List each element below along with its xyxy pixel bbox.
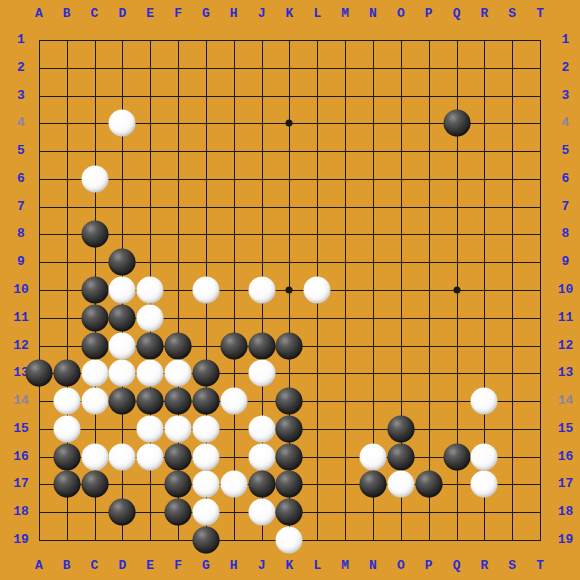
white-stone-J16: [248, 443, 275, 470]
black-stone-J17: [248, 471, 275, 498]
column-label-bottom: K: [274, 559, 304, 573]
column-label-bottom: E: [135, 559, 165, 573]
black-stone-A13: [25, 360, 52, 387]
black-stone-C10: [81, 277, 108, 304]
column-label-top: P: [414, 7, 444, 21]
column-label-bottom: D: [107, 559, 137, 573]
row-label-right: 4: [551, 116, 580, 130]
row-label-right: 14: [551, 394, 580, 408]
black-stone-K14: [276, 388, 303, 415]
column-label-top: C: [80, 7, 110, 21]
black-stone-N17: [360, 471, 387, 498]
column-label-bottom: T: [525, 559, 555, 573]
row-label-left: 5: [6, 144, 36, 158]
black-stone-D11: [109, 304, 136, 331]
row-label-right: 19: [551, 533, 580, 547]
black-stone-C17: [81, 471, 108, 498]
white-stone-E13: [137, 360, 164, 387]
column-label-top: D: [107, 7, 137, 21]
row-label-left: 18: [6, 505, 36, 519]
row-label-right: 11: [551, 311, 580, 325]
row-label-left: 1: [6, 33, 36, 47]
column-label-top: L: [302, 7, 332, 21]
row-label-right: 13: [551, 366, 580, 380]
white-stone-C6: [81, 165, 108, 192]
black-stone-B13: [53, 360, 80, 387]
white-stone-C14: [81, 388, 108, 415]
column-label-bottom: O: [386, 559, 416, 573]
white-stone-B15: [53, 415, 80, 442]
white-stone-J13: [248, 360, 275, 387]
column-label-bottom: G: [191, 559, 221, 573]
black-stone-C8: [81, 221, 108, 248]
row-label-right: 1: [551, 33, 580, 47]
row-label-left: 6: [6, 172, 36, 186]
black-stone-F17: [165, 471, 192, 498]
column-label-top: S: [497, 7, 527, 21]
column-label-bottom: C: [80, 559, 110, 573]
column-label-top: J: [247, 7, 277, 21]
row-label-left: 4: [6, 116, 36, 130]
row-label-left: 11: [6, 311, 36, 325]
black-stone-E12: [137, 332, 164, 359]
row-label-left: 12: [6, 339, 36, 353]
white-stone-J15: [248, 415, 275, 442]
black-stone-F14: [165, 388, 192, 415]
column-label-top: Q: [442, 7, 472, 21]
white-stone-F13: [165, 360, 192, 387]
black-stone-O16: [387, 443, 414, 470]
goban[interactable]: AABBCCDDEEFFGGHHJJKKLLMMNNOOPPQQRRSSTT11…: [0, 0, 580, 580]
row-label-right: 8: [551, 227, 580, 241]
column-label-bottom: M: [330, 559, 360, 573]
black-stone-D18: [109, 499, 136, 526]
black-stone-C11: [81, 304, 108, 331]
black-stone-F16: [165, 443, 192, 470]
row-label-left: 19: [6, 533, 36, 547]
column-label-bottom: P: [414, 559, 444, 573]
white-stone-R16: [471, 443, 498, 470]
white-stone-E15: [137, 415, 164, 442]
column-label-bottom: N: [358, 559, 388, 573]
row-label-right: 7: [551, 200, 580, 214]
row-label-left: 14: [6, 394, 36, 408]
black-stone-F18: [165, 499, 192, 526]
black-stone-B16: [53, 443, 80, 470]
column-label-bottom: J: [247, 559, 277, 573]
row-label-left: 16: [6, 450, 36, 464]
black-stone-O15: [387, 415, 414, 442]
row-label-right: 15: [551, 422, 580, 436]
column-label-top: K: [274, 7, 304, 21]
row-label-right: 6: [551, 172, 580, 186]
black-stone-C12: [81, 332, 108, 359]
row-label-left: 17: [6, 477, 36, 491]
black-stone-K18: [276, 499, 303, 526]
column-label-top: T: [525, 7, 555, 21]
white-stone-C16: [81, 443, 108, 470]
white-stone-D13: [109, 360, 136, 387]
white-stone-G18: [192, 499, 219, 526]
white-stone-D10: [109, 277, 136, 304]
column-label-top: E: [135, 7, 165, 21]
column-label-top: N: [358, 7, 388, 21]
star-point: [453, 287, 460, 294]
black-stone-G13: [192, 360, 219, 387]
black-stone-K16: [276, 443, 303, 470]
column-label-bottom: H: [219, 559, 249, 573]
column-label-bottom: A: [24, 559, 54, 573]
black-stone-D9: [109, 249, 136, 276]
white-stone-J10: [248, 277, 275, 304]
black-stone-K15: [276, 415, 303, 442]
white-stone-E11: [137, 304, 164, 331]
black-stone-P17: [415, 471, 442, 498]
grid-line-vertical: [429, 40, 430, 541]
column-label-bottom: B: [52, 559, 82, 573]
row-label-right: 3: [551, 89, 580, 103]
black-stone-D14: [109, 388, 136, 415]
row-label-left: 8: [6, 227, 36, 241]
white-stone-D16: [109, 443, 136, 470]
white-stone-J18: [248, 499, 275, 526]
black-stone-E14: [137, 388, 164, 415]
white-stone-F15: [165, 415, 192, 442]
star-point: [286, 120, 293, 127]
row-label-left: 15: [6, 422, 36, 436]
row-label-left: 3: [6, 89, 36, 103]
black-stone-G14: [192, 388, 219, 415]
column-label-top: F: [163, 7, 193, 21]
grid-line-vertical: [345, 40, 346, 541]
row-label-left: 7: [6, 200, 36, 214]
column-label-top: M: [330, 7, 360, 21]
white-stone-K19: [276, 527, 303, 554]
black-stone-Q4: [443, 110, 470, 137]
row-label-left: 10: [6, 283, 36, 297]
white-stone-H17: [220, 471, 247, 498]
black-stone-H12: [220, 332, 247, 359]
row-label-right: 17: [551, 477, 580, 491]
column-label-top: O: [386, 7, 416, 21]
white-stone-R14: [471, 388, 498, 415]
column-label-bottom: F: [163, 559, 193, 573]
column-label-top: G: [191, 7, 221, 21]
white-stone-E16: [137, 443, 164, 470]
white-stone-N16: [360, 443, 387, 470]
white-stone-G15: [192, 415, 219, 442]
column-label-bottom: R: [469, 559, 499, 573]
column-label-top: B: [52, 7, 82, 21]
grid-line-vertical: [540, 40, 541, 541]
black-stone-K12: [276, 332, 303, 359]
white-stone-B14: [53, 388, 80, 415]
white-stone-C13: [81, 360, 108, 387]
white-stone-G10: [192, 277, 219, 304]
column-label-top: R: [469, 7, 499, 21]
black-stone-G19: [192, 527, 219, 554]
row-label-left: 2: [6, 61, 36, 75]
row-label-right: 9: [551, 255, 580, 269]
white-stone-G17: [192, 471, 219, 498]
black-stone-K17: [276, 471, 303, 498]
white-stone-O17: [387, 471, 414, 498]
black-stone-J12: [248, 332, 275, 359]
row-label-right: 10: [551, 283, 580, 297]
column-label-top: A: [24, 7, 54, 21]
white-stone-H14: [220, 388, 247, 415]
white-stone-G16: [192, 443, 219, 470]
row-label-right: 18: [551, 505, 580, 519]
black-stone-Q16: [443, 443, 470, 470]
white-stone-D12: [109, 332, 136, 359]
column-label-bottom: S: [497, 559, 527, 573]
row-label-left: 9: [6, 255, 36, 269]
column-label-top: H: [219, 7, 249, 21]
column-label-bottom: Q: [442, 559, 472, 573]
column-label-bottom: L: [302, 559, 332, 573]
row-label-right: 16: [551, 450, 580, 464]
white-stone-R17: [471, 471, 498, 498]
black-stone-B17: [53, 471, 80, 498]
white-stone-L10: [304, 277, 331, 304]
white-stone-D4: [109, 110, 136, 137]
black-stone-F12: [165, 332, 192, 359]
row-label-right: 12: [551, 339, 580, 353]
star-point: [286, 287, 293, 294]
grid-line-vertical: [512, 40, 513, 541]
row-label-right: 5: [551, 144, 580, 158]
white-stone-E10: [137, 277, 164, 304]
row-label-right: 2: [551, 61, 580, 75]
